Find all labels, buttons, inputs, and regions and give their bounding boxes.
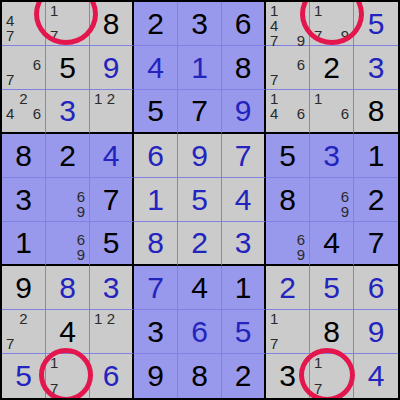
cell-r7c4[interactable]: 7 — [134, 266, 178, 310]
pencil-mark-4: 4 — [6, 13, 18, 28]
cell-r7c9[interactable]: 6 — [354, 266, 398, 310]
cell-r8c6[interactable]: 5 — [222, 310, 266, 354]
pencil-mark-7: 7 — [50, 381, 62, 396]
pencil-marks: 17 — [46, 2, 89, 45]
cell-r6c3[interactable]: 5 — [90, 222, 134, 266]
pencil-marks: 246 — [2, 90, 45, 132]
pencil-marks: 69 — [46, 178, 89, 221]
cell-r1c4[interactable]: 2 — [134, 2, 178, 46]
pencil-mark-7: 7 — [6, 336, 18, 351]
given-digit: 7 — [191, 96, 208, 126]
pencil-mark-1: 1 — [314, 355, 326, 370]
entered-digit: 9 — [103, 53, 120, 83]
cell-r8c1[interactable]: 27 — [2, 310, 46, 354]
pencil-mark-2: 2 — [18, 311, 30, 326]
cell-r8c4[interactable]: 3 — [134, 310, 178, 354]
cell-r7c7[interactable]: 2 — [266, 266, 310, 310]
pencil-marks: 69 — [310, 178, 353, 221]
sudoku-board: 4717823614791795675941867232463125791461… — [0, 0, 400, 400]
pencil-marks: 16 — [310, 90, 353, 132]
pencil-mark-7: 7 — [270, 336, 282, 351]
pencil-mark-1: 1 — [50, 355, 62, 370]
cell-r9c9[interactable]: 4 — [354, 354, 398, 398]
cell-r1c6[interactable]: 6 — [222, 2, 266, 46]
given-digit: 2 — [59, 141, 76, 171]
pencil-mark-1: 1 — [94, 311, 105, 326]
cell-r6c5[interactable]: 2 — [178, 222, 222, 266]
pencil-mark-6: 6 — [337, 106, 349, 121]
cell-r7c6[interactable]: 1 — [222, 266, 266, 310]
entered-digit: 5 — [15, 361, 32, 391]
pencil-mark-9: 9 — [293, 247, 305, 262]
pencil-mark-7: 7 — [270, 72, 282, 87]
pencil-mark-9: 9 — [337, 204, 349, 219]
pencil-mark-1: 1 — [314, 91, 326, 106]
given-digit: 5 — [103, 228, 120, 258]
pencil-marks: 17 — [46, 354, 89, 398]
cell-r2c8[interactable]: 2 — [310, 46, 354, 90]
entered-digit: 4 — [147, 53, 164, 83]
given-digit: 8 — [191, 361, 208, 391]
entered-digit: 4 — [235, 185, 252, 215]
given-digit: 5 — [279, 141, 296, 171]
cell-r6c2[interactable]: 69 — [46, 222, 90, 266]
cell-r5c5[interactable]: 5 — [178, 178, 222, 222]
pencil-marks: 12 — [90, 310, 132, 353]
entered-digit: 3 — [368, 53, 385, 83]
cell-r2c3[interactable]: 9 — [90, 46, 134, 90]
given-digit: 4 — [59, 317, 76, 347]
given-digit: 3 — [191, 9, 208, 39]
pencil-mark-1: 1 — [270, 311, 282, 326]
entered-digit: 5 — [323, 273, 340, 303]
cell-r3c7[interactable]: 146 — [266, 90, 310, 134]
cell-r2c5[interactable]: 1 — [178, 46, 222, 90]
given-digit: 7 — [103, 185, 120, 215]
cell-r6c9[interactable]: 7 — [354, 222, 398, 266]
pencil-mark-4: 4 — [270, 18, 282, 33]
cell-r9c5[interactable]: 8 — [178, 354, 222, 398]
cell-r3c2[interactable]: 3 — [46, 90, 90, 134]
pencil-mark-7: 7 — [314, 28, 326, 43]
pencil-marks: 69 — [46, 222, 89, 264]
pencil-marks: 17 — [266, 310, 309, 353]
cell-r2c9[interactable]: 3 — [354, 46, 398, 90]
cell-r9c4[interactable]: 9 — [134, 354, 178, 398]
cell-r8c2[interactable]: 4 — [46, 310, 90, 354]
cell-r5c8[interactable]: 69 — [310, 178, 354, 222]
pencil-marks: 179 — [310, 2, 353, 45]
cell-r6c6[interactable]: 3 — [222, 222, 266, 266]
given-digit: 5 — [147, 96, 164, 126]
entered-digit: 7 — [235, 141, 252, 171]
given-digit: 4 — [191, 273, 208, 303]
given-digit: 8 — [279, 185, 296, 215]
given-digit: 1 — [15, 228, 32, 258]
pencil-mark-6: 6 — [293, 57, 305, 72]
entered-digit: 5 — [235, 317, 252, 347]
cell-r3c8[interactable]: 16 — [310, 90, 354, 134]
cell-r9c2[interactable]: 17 — [46, 354, 90, 398]
pencil-mark-4: 4 — [270, 106, 282, 121]
cell-r9c1[interactable]: 5 — [2, 354, 46, 398]
cell-r8c7[interactable]: 17 — [266, 310, 310, 354]
cell-r3c5[interactable]: 7 — [178, 90, 222, 134]
cell-r2c1[interactable]: 67 — [2, 46, 46, 90]
cell-r3c9[interactable]: 8 — [354, 90, 398, 134]
entered-digit: 3 — [103, 273, 120, 303]
cell-r3c4[interactable]: 5 — [134, 90, 178, 134]
cell-r1c3[interactable]: 8 — [90, 2, 134, 46]
cell-r9c8[interactable]: 17 — [310, 354, 354, 398]
entered-digit: 5 — [191, 185, 208, 215]
cell-r4c6[interactable]: 7 — [222, 134, 266, 178]
given-digit: 8 — [323, 317, 340, 347]
cell-r1c1[interactable]: 47 — [2, 2, 46, 46]
pencil-mark-6: 6 — [29, 106, 41, 121]
pencil-mark-6: 6 — [293, 106, 305, 121]
cell-r9c3[interactable]: 6 — [90, 354, 134, 398]
cell-r1c5[interactable]: 3 — [178, 2, 222, 46]
pencil-mark-1: 1 — [314, 3, 326, 18]
pencil-mark-4: 4 — [6, 106, 18, 121]
cell-r9c6[interactable]: 2 — [222, 354, 266, 398]
pencil-marks: 67 — [2, 46, 45, 89]
cell-r3c6[interactable]: 9 — [222, 90, 266, 134]
cell-r4c8[interactable]: 3 — [310, 134, 354, 178]
entered-digit: 5 — [368, 9, 385, 39]
entered-digit: 6 — [147, 141, 164, 171]
pencil-mark-9: 9 — [73, 204, 85, 219]
given-digit: 2 — [368, 185, 385, 215]
cell-r4c4[interactable]: 6 — [134, 134, 178, 178]
cell-r1c8[interactable]: 179 — [310, 2, 354, 46]
cell-r2c4[interactable]: 4 — [134, 46, 178, 90]
given-digit: 8 — [368, 96, 385, 126]
pencil-marks: 67 — [266, 46, 309, 89]
cell-r8c5[interactable]: 6 — [178, 310, 222, 354]
cell-r8c8[interactable]: 8 — [310, 310, 354, 354]
cell-r4c5[interactable]: 9 — [178, 134, 222, 178]
cell-r5c9[interactable]: 2 — [354, 178, 398, 222]
entered-digit: 1 — [191, 53, 208, 83]
cell-r2c6[interactable]: 8 — [222, 46, 266, 90]
cell-r7c1[interactable]: 9 — [2, 266, 46, 310]
cell-r5c2[interactable]: 69 — [46, 178, 90, 222]
entered-digit: 4 — [103, 141, 120, 171]
given-digit: 3 — [147, 317, 164, 347]
cell-r1c2[interactable]: 17 — [46, 2, 90, 46]
entered-digit: 7 — [147, 273, 164, 303]
cell-r4c3[interactable]: 4 — [90, 134, 134, 178]
cell-r7c5[interactable]: 4 — [178, 266, 222, 310]
entered-digit: 9 — [368, 317, 385, 347]
cell-r5c6[interactable]: 4 — [222, 178, 266, 222]
cell-r5c7[interactable]: 8 — [266, 178, 310, 222]
pencil-mark-9: 9 — [73, 247, 85, 262]
pencil-mark-9: 9 — [337, 28, 349, 43]
cell-r6c1[interactable]: 1 — [2, 222, 46, 266]
pencil-mark-7: 7 — [6, 72, 18, 87]
cell-r7c2[interactable]: 8 — [46, 266, 90, 310]
entered-digit: 2 — [191, 228, 208, 258]
given-digit: 1 — [235, 273, 252, 303]
entered-digit: 3 — [59, 96, 76, 126]
entered-digit: 8 — [147, 228, 164, 258]
given-digit: 4 — [323, 228, 340, 258]
pencil-marks: 17 — [310, 354, 353, 398]
pencil-mark-7: 7 — [50, 28, 62, 43]
given-digit: 5 — [59, 53, 76, 83]
given-digit: 2 — [147, 9, 164, 39]
cell-r5c3[interactable]: 7 — [90, 178, 134, 222]
cell-r3c1[interactable]: 246 — [2, 90, 46, 134]
sudoku-grid: 4717823614791795675941867232463125791461… — [2, 2, 398, 398]
pencil-mark-7: 7 — [6, 28, 18, 43]
cell-r1c9[interactable]: 5 — [354, 2, 398, 46]
pencil-marks: 146 — [266, 90, 309, 132]
entered-digit: 2 — [279, 273, 296, 303]
entered-digit: 4 — [368, 361, 385, 391]
pencil-mark-1: 1 — [270, 3, 282, 18]
pencil-mark-6: 6 — [29, 57, 41, 72]
pencil-mark-2: 2 — [18, 91, 30, 106]
pencil-mark-1: 1 — [270, 91, 282, 106]
pencil-mark-6: 6 — [337, 189, 349, 204]
cell-r6c7[interactable]: 69 — [266, 222, 310, 266]
cell-r6c8[interactable]: 4 — [310, 222, 354, 266]
entered-digit: 3 — [323, 141, 340, 171]
pencil-marks: 27 — [2, 310, 45, 353]
given-digit: 6 — [235, 9, 252, 39]
cell-r9c7[interactable]: 3 — [266, 354, 310, 398]
cell-r7c8[interactable]: 5 — [310, 266, 354, 310]
given-digit: 2 — [323, 53, 340, 83]
given-digit: 8 — [103, 9, 120, 39]
pencil-mark-2: 2 — [105, 91, 116, 106]
pencil-mark-2: 2 — [105, 311, 116, 326]
given-digit: 9 — [147, 361, 164, 391]
cell-r5c4[interactable]: 1 — [134, 178, 178, 222]
pencil-mark-6: 6 — [293, 232, 305, 247]
pencil-mark-6: 6 — [73, 232, 85, 247]
pencil-mark-6: 6 — [73, 189, 85, 204]
cell-r2c2[interactable]: 5 — [46, 46, 90, 90]
cell-r1c7[interactable]: 1479 — [266, 2, 310, 46]
given-digit: 1 — [368, 141, 385, 171]
cell-r8c9[interactable]: 9 — [354, 310, 398, 354]
cell-r4c1[interactable]: 8 — [2, 134, 46, 178]
entered-digit: 9 — [235, 96, 252, 126]
given-digit: 7 — [368, 228, 385, 258]
cell-r5c1[interactable]: 3 — [2, 178, 46, 222]
cell-r6c4[interactable]: 8 — [134, 222, 178, 266]
cell-r4c9[interactable]: 1 — [354, 134, 398, 178]
cell-r4c2[interactable]: 2 — [46, 134, 90, 178]
pencil-marks: 47 — [2, 2, 45, 45]
entered-digit: 6 — [103, 361, 120, 391]
entered-digit: 9 — [191, 141, 208, 171]
given-digit: 8 — [15, 141, 32, 171]
given-digit: 8 — [235, 53, 252, 83]
pencil-marks: 12 — [90, 90, 132, 132]
pencil-marks: 69 — [266, 222, 309, 264]
entered-digit: 6 — [368, 273, 385, 303]
pencil-marks: 1479 — [266, 2, 309, 45]
entered-digit: 8 — [59, 273, 76, 303]
pencil-mark-1: 1 — [94, 91, 105, 106]
cell-r4c7[interactable]: 5 — [266, 134, 310, 178]
pencil-mark-1: 1 — [50, 3, 62, 18]
cell-r2c7[interactable]: 67 — [266, 46, 310, 90]
cell-r8c3[interactable]: 12 — [90, 310, 134, 354]
given-digit: 3 — [15, 185, 32, 215]
entered-digit: 6 — [191, 317, 208, 347]
given-digit: 2 — [235, 361, 252, 391]
given-digit: 9 — [15, 273, 32, 303]
cell-r3c3[interactable]: 12 — [90, 90, 134, 134]
given-digit: 3 — [279, 361, 296, 391]
entered-digit: 3 — [235, 228, 252, 258]
cell-r7c3[interactable]: 3 — [90, 266, 134, 310]
entered-digit: 1 — [147, 185, 164, 215]
pencil-mark-7: 7 — [314, 381, 326, 396]
